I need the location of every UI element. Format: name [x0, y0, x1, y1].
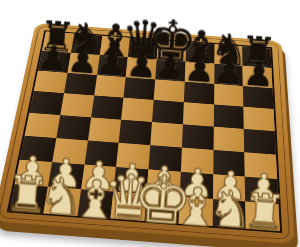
square-h6 [243, 86, 273, 109]
square-d4 [119, 120, 152, 145]
square-h1: ♜ [245, 202, 279, 231]
square-f7: ♟ [185, 61, 215, 83]
square-h4 [244, 129, 276, 154]
square-g4 [213, 127, 244, 152]
square-c6 [94, 75, 126, 98]
square-h5 [244, 107, 275, 131]
square-g6 [214, 84, 244, 107]
board-perspective-scene: ♜♞♝♛♚♝♞♜♟♟♟♟♟♟♟♟♟♟♟♟♟♟♟♟♜♞♝♛♚♝♞♜ [0, 0, 300, 247]
square-e7: ♟ [155, 59, 185, 81]
square-d7: ♟ [126, 57, 157, 79]
square-c7: ♟ [97, 55, 128, 77]
square-c4 [87, 117, 121, 142]
square-e5 [152, 100, 184, 124]
square-b5 [60, 93, 94, 117]
square-b4 [56, 115, 91, 140]
square-f5 [183, 102, 214, 126]
square-a4 [25, 113, 60, 138]
square-b6 [64, 73, 97, 96]
square-b7: ♟ [67, 53, 99, 75]
chess-set-photo: ♜♞♝♛♚♝♞♜♟♟♟♟♟♟♟♟♟♟♟♟♟♟♟♟♜♞♝♛♚♝♞♜ [0, 0, 300, 247]
square-f4 [182, 124, 214, 149]
square-d6 [124, 77, 156, 100]
square-d5 [121, 98, 153, 122]
square-g7: ♟ [214, 63, 243, 85]
square-e4 [150, 122, 182, 147]
piece-white-rook: ♜ [241, 187, 288, 239]
square-g5 [213, 105, 244, 129]
square-e6 [154, 79, 185, 102]
chess-board: ♜♞♝♛♚♝♞♜♟♟♟♟♟♟♟♟♟♟♟♟♟♟♟♟♜♞♝♛♚♝♞♜ [0, 23, 295, 244]
square-h7: ♟ [243, 66, 273, 88]
square-c5 [91, 96, 124, 120]
square-f6 [184, 81, 214, 104]
square-a6 [34, 70, 68, 93]
square-a5 [29, 91, 63, 115]
squares-grid: ♜♞♝♛♚♝♞♜♟♟♟♟♟♟♟♟♟♟♟♟♟♟♟♟♜♞♝♛♚♝♞♜ [7, 30, 282, 233]
board-rotation-wrapper: ♜♞♝♛♚♝♞♜♟♟♟♟♟♟♟♟♟♟♟♟♟♟♟♟♜♞♝♛♚♝♞♜ [0, 0, 300, 247]
